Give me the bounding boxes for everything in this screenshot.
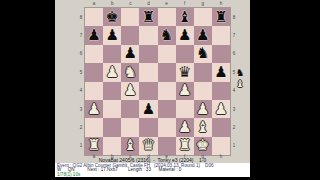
file-labels-top: abcdefgh: [85, 1, 230, 7]
square-a5[interactable]: [85, 63, 103, 81]
rank-label-4: 4: [78, 82, 84, 100]
square-f3[interactable]: [176, 100, 194, 118]
square-d7[interactable]: [139, 26, 157, 44]
square-h6[interactable]: [212, 45, 230, 63]
square-a6[interactable]: [85, 45, 103, 63]
file-label-e: e: [158, 1, 176, 7]
file-label-b: b: [103, 1, 121, 7]
white-pawn: ♟: [178, 83, 191, 98]
square-f1[interactable]: ♜: [176, 137, 194, 155]
white-pawn: ♟: [214, 102, 227, 117]
square-h1[interactable]: [212, 137, 230, 155]
square-h8[interactable]: ♜: [212, 8, 230, 26]
white-king: ♚: [196, 138, 209, 153]
square-f2[interactable]: ♟: [176, 118, 194, 136]
white-bishop: ♝: [124, 138, 137, 153]
rank-label-3: 3: [231, 100, 237, 118]
square-c1[interactable]: ♝: [121, 137, 139, 155]
file-label-g: g: [194, 1, 212, 7]
square-g6[interactable]: ♞: [194, 45, 212, 63]
rank-label-1: 1: [78, 137, 84, 155]
square-g4[interactable]: [194, 82, 212, 100]
rank-label-7: 7: [231, 26, 237, 44]
square-e8[interactable]: [158, 8, 176, 26]
square-b5[interactable]: ♟: [103, 63, 121, 81]
info-box: Event : QG2 Albin Counter Gambit, Castle…: [55, 163, 250, 177]
square-g2[interactable]: ♝: [194, 118, 212, 136]
black-king: ♚: [105, 10, 118, 25]
black-knight: ♞: [160, 28, 173, 43]
board: ♚♜♝♜♟♟♞♟♟♟♞♟♞♛♟♟♟♟♟♟♟♟♝♜♝♛♜♚: [85, 8, 230, 155]
rank-label-1: 1: [231, 137, 237, 155]
white-pawn: ♟: [178, 120, 191, 135]
white-bishop: ♝: [196, 120, 209, 135]
captured-pieces-tray: ♞♝: [233, 67, 247, 89]
white-queen: ♛: [142, 138, 155, 153]
square-d6[interactable]: [139, 45, 157, 63]
captured-black-knight: ♞: [236, 67, 245, 78]
square-h3[interactable]: ♟: [212, 100, 230, 118]
square-a7[interactable]: ♟: [85, 26, 103, 44]
square-c2[interactable]: [121, 118, 139, 136]
rank-label-7: 7: [78, 26, 84, 44]
square-d5[interactable]: [139, 63, 157, 81]
square-f6[interactable]: [176, 45, 194, 63]
square-g1[interactable]: ♚: [194, 137, 212, 155]
square-f4[interactable]: ♟: [176, 82, 194, 100]
square-b4[interactable]: [103, 82, 121, 100]
square-b6[interactable]: [103, 45, 121, 63]
square-e6[interactable]: [158, 45, 176, 63]
square-g8[interactable]: [194, 8, 212, 26]
black-pawn: ♟: [87, 28, 100, 43]
square-c3[interactable]: [121, 100, 139, 118]
rank-label-6: 6: [231, 45, 237, 63]
white-knight: ♞: [124, 65, 137, 80]
black-pawn: ♟: [124, 46, 137, 61]
rank-label-2: 2: [231, 118, 237, 136]
square-g7[interactable]: ♟: [194, 26, 212, 44]
screen: abcdefgh 87654321 87654321 ♚♜♝♜♟♟♞♟♟♟♞♟♞…: [0, 0, 320, 180]
file-label-a: a: [85, 1, 103, 7]
square-e3[interactable]: [158, 100, 176, 118]
rank-label-5: 5: [78, 63, 84, 81]
square-b7[interactable]: ♟: [103, 26, 121, 44]
square-e4[interactable]: [158, 82, 176, 100]
square-a1[interactable]: ♜: [85, 137, 103, 155]
square-e2[interactable]: [158, 118, 176, 136]
file-label-f: f: [176, 1, 194, 7]
rank-label-3: 3: [78, 100, 84, 118]
white-rook: ♜: [178, 138, 191, 153]
square-a3[interactable]: ♟: [85, 100, 103, 118]
white-pawn: ♟: [124, 83, 137, 98]
square-c4[interactable]: ♟: [121, 82, 139, 100]
black-pawn: ♟: [178, 28, 191, 43]
square-h7[interactable]: [212, 26, 230, 44]
square-a8[interactable]: [85, 8, 103, 26]
rank-label-8: 8: [78, 8, 84, 26]
square-g3[interactable]: ♟: [194, 100, 212, 118]
black-rook: ♜: [142, 10, 155, 25]
square-c7[interactable]: [121, 26, 139, 44]
square-h5[interactable]: ♟: [212, 63, 230, 81]
square-d3[interactable]: ♟: [139, 100, 157, 118]
square-d4[interactable]: [139, 82, 157, 100]
file-label-h: h: [212, 1, 230, 7]
black-pawn: ♟: [105, 28, 118, 43]
move-counter: 1/78(1) 10s: [57, 173, 250, 178]
black-pawn: ♟: [214, 65, 227, 80]
white-pawn: ♟: [87, 102, 100, 117]
square-a2[interactable]: [85, 118, 103, 136]
square-d1[interactable]: ♛: [139, 137, 157, 155]
square-a4[interactable]: [85, 82, 103, 100]
square-e1[interactable]: [158, 137, 176, 155]
square-c5[interactable]: ♞: [121, 63, 139, 81]
black-pawn: ♟: [196, 28, 209, 43]
square-h2[interactable]: [212, 118, 230, 136]
black-bishop: ♝: [178, 10, 191, 25]
square-c8[interactable]: [121, 8, 139, 26]
square-h4[interactable]: [212, 82, 230, 100]
square-f5[interactable]: ♛: [176, 63, 194, 81]
captured-white-bishop: ♝: [236, 78, 245, 89]
square-b3[interactable]: [103, 100, 121, 118]
rank-labels-left: 87654321: [78, 8, 84, 155]
square-b8[interactable]: ♚: [103, 8, 121, 26]
white-pawn: ♟: [105, 65, 118, 80]
square-c6[interactable]: ♟: [121, 45, 139, 63]
square-d2[interactable]: [139, 118, 157, 136]
square-f8[interactable]: ♝: [176, 8, 194, 26]
square-f7[interactable]: ♟: [176, 26, 194, 44]
square-b2[interactable]: [103, 118, 121, 136]
file-label-d: d: [139, 1, 157, 7]
white-rook: ♜: [87, 138, 100, 153]
rank-label-6: 6: [78, 45, 84, 63]
black-rook: ♜: [214, 10, 227, 25]
rank-label-8: 8: [231, 8, 237, 26]
square-e5[interactable]: [158, 63, 176, 81]
square-g5[interactable]: [194, 63, 212, 81]
square-d8[interactable]: ♜: [139, 8, 157, 26]
square-e7[interactable]: ♞: [158, 26, 176, 44]
black-pawn: ♟: [142, 102, 155, 117]
rank-label-2: 2: [78, 118, 84, 136]
black-knight: ♞: [196, 46, 209, 61]
white-pawn: ♟: [196, 102, 209, 117]
file-label-c: c: [121, 1, 139, 7]
black-queen: ♛: [178, 65, 191, 80]
square-b1[interactable]: [103, 137, 121, 155]
